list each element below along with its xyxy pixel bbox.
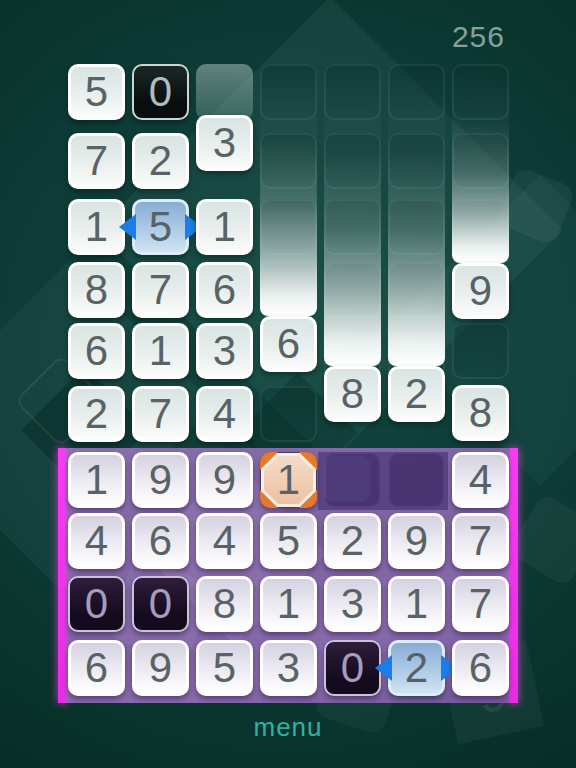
tile[interactable]: 5 bbox=[260, 513, 317, 569]
tile[interactable]: 7 bbox=[452, 513, 509, 569]
tile[interactable]: 3 bbox=[324, 576, 381, 632]
tile[interactable]: 1 bbox=[260, 576, 317, 632]
tile[interactable]: 6 bbox=[196, 262, 253, 318]
tile[interactable]: 6 bbox=[452, 640, 509, 696]
tile-digit: 9 bbox=[149, 647, 172, 689]
tile-digit: 1 bbox=[405, 583, 428, 625]
tile[interactable]: 2 bbox=[388, 640, 445, 696]
tile[interactable]: 1 bbox=[196, 199, 253, 255]
menu-button[interactable]: menu bbox=[0, 712, 576, 743]
tile-digit: 8 bbox=[469, 392, 492, 434]
tile[interactable]: 0 bbox=[132, 576, 189, 632]
tile-digit: 6 bbox=[213, 269, 236, 311]
tile-digit: 9 bbox=[405, 520, 428, 562]
game-screen: 9 50723151876961362748281991446452970081… bbox=[0, 0, 576, 768]
tile[interactable]: 9 bbox=[452, 263, 509, 319]
tile-digit: 2 bbox=[405, 647, 428, 689]
tile[interactable]: 3 bbox=[196, 115, 253, 171]
tile-digit: 7 bbox=[149, 269, 172, 311]
empty-slot bbox=[324, 452, 381, 508]
tile-digit: 4 bbox=[213, 520, 236, 562]
tile-digit: 7 bbox=[85, 140, 108, 182]
score-display: 256 bbox=[452, 20, 505, 54]
tile[interactable]: 6 bbox=[68, 640, 125, 696]
tile[interactable]: 7 bbox=[68, 133, 125, 189]
tile-digit: 8 bbox=[213, 583, 236, 625]
tile-digit: 5 bbox=[277, 520, 300, 562]
tile[interactable]: 6 bbox=[260, 316, 317, 372]
tile-digit: 9 bbox=[469, 270, 492, 312]
tile-digit: 1 bbox=[85, 206, 108, 248]
tile[interactable]: 6 bbox=[132, 513, 189, 569]
tile[interactable]: 8 bbox=[196, 576, 253, 632]
tile[interactable]: 4 bbox=[452, 452, 509, 508]
tile-digit: 5 bbox=[213, 647, 236, 689]
tile[interactable]: 9 bbox=[132, 640, 189, 696]
falling-tile-trail bbox=[388, 64, 445, 366]
tile-digit: 2 bbox=[85, 393, 108, 435]
tile-digit: 0 bbox=[85, 583, 108, 625]
tile-digit: 7 bbox=[469, 520, 492, 562]
locked-zone-right-edge-bar bbox=[510, 448, 518, 703]
tile-digit: 2 bbox=[405, 373, 428, 415]
tile[interactable]: 8 bbox=[324, 366, 381, 422]
tile[interactable]: 9 bbox=[388, 513, 445, 569]
slide-left-arrow-icon[interactable] bbox=[119, 214, 136, 240]
tile[interactable]: 3 bbox=[196, 323, 253, 379]
tile[interactable]: 1 bbox=[260, 452, 317, 508]
tile-digit: 6 bbox=[277, 323, 300, 365]
tile-digit: 1 bbox=[213, 206, 236, 248]
tile[interactable]: 7 bbox=[132, 386, 189, 442]
falling-tile-trail bbox=[452, 64, 509, 263]
tile-digit: 6 bbox=[149, 520, 172, 562]
tile-digit: 3 bbox=[213, 330, 236, 372]
empty-slot bbox=[388, 452, 445, 508]
tile[interactable]: 5 bbox=[196, 640, 253, 696]
tile-digit: 6 bbox=[469, 647, 492, 689]
tile[interactable]: 5 bbox=[68, 64, 125, 120]
ghost-preview-tile bbox=[196, 64, 253, 120]
tile[interactable]: 1 bbox=[132, 323, 189, 379]
tile-digit: 9 bbox=[149, 459, 172, 501]
tile[interactable]: 0 bbox=[324, 640, 381, 696]
tile[interactable]: 1 bbox=[68, 452, 125, 508]
tile-digit: 0 bbox=[149, 71, 172, 113]
tile-digit: 3 bbox=[341, 583, 364, 625]
tile[interactable]: 7 bbox=[132, 262, 189, 318]
tile[interactable]: 6 bbox=[68, 323, 125, 379]
tile-digit: 4 bbox=[213, 393, 236, 435]
tile-digit: 8 bbox=[85, 269, 108, 311]
tile-digit: 9 bbox=[213, 459, 236, 501]
tile[interactable]: 2 bbox=[324, 513, 381, 569]
tile[interactable]: 4 bbox=[68, 513, 125, 569]
tile-digit: 1 bbox=[85, 459, 108, 501]
tile[interactable]: 8 bbox=[452, 385, 509, 441]
tile-digit: 1 bbox=[277, 459, 300, 501]
falling-tile-trail bbox=[260, 64, 317, 316]
tile[interactable]: 2 bbox=[68, 386, 125, 442]
falling-tile-trail bbox=[324, 64, 381, 366]
empty-slot bbox=[260, 386, 317, 442]
tile-digit: 6 bbox=[85, 647, 108, 689]
tile-digit: 0 bbox=[149, 583, 172, 625]
tile[interactable]: 4 bbox=[196, 513, 253, 569]
tile-digit: 4 bbox=[469, 459, 492, 501]
tile-digit: 5 bbox=[149, 206, 172, 248]
tile-digit: 3 bbox=[277, 647, 300, 689]
tile-digit: 6 bbox=[85, 330, 108, 372]
tile-digit: 7 bbox=[149, 393, 172, 435]
tile[interactable]: 9 bbox=[196, 452, 253, 508]
tile[interactable]: 1 bbox=[68, 199, 125, 255]
tile-digit: 7 bbox=[469, 583, 492, 625]
locked-zone-left-edge-bar bbox=[58, 448, 66, 703]
tile[interactable]: 2 bbox=[388, 366, 445, 422]
tile-digit: 2 bbox=[341, 520, 364, 562]
tile[interactable]: 4 bbox=[196, 386, 253, 442]
tile-digit: 8 bbox=[341, 373, 364, 415]
tile-digit: 1 bbox=[277, 583, 300, 625]
tile[interactable]: 2 bbox=[132, 133, 189, 189]
tile-digit: 1 bbox=[149, 330, 172, 372]
tile[interactable]: 0 bbox=[68, 576, 125, 632]
tile-digit: 0 bbox=[341, 647, 364, 689]
empty-slot bbox=[452, 323, 509, 379]
tile[interactable]: 3 bbox=[260, 640, 317, 696]
tile-digit: 2 bbox=[149, 140, 172, 182]
tile[interactable]: 8 bbox=[68, 262, 125, 318]
tile[interactable]: 9 bbox=[132, 452, 189, 508]
tile[interactable]: 7 bbox=[452, 576, 509, 632]
tile-digit: 3 bbox=[213, 122, 236, 164]
tile[interactable]: 5 bbox=[132, 199, 189, 255]
tile[interactable]: 0 bbox=[132, 64, 189, 120]
tile-digit: 4 bbox=[85, 520, 108, 562]
slide-left-arrow-icon[interactable] bbox=[375, 655, 392, 681]
tile[interactable]: 1 bbox=[388, 576, 445, 632]
tile-digit: 5 bbox=[85, 71, 108, 113]
